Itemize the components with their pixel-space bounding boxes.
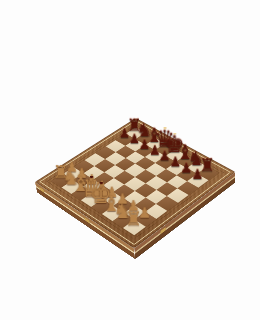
- finial: [100, 179, 103, 184]
- black-pawn-h7: ♟: [182, 168, 212, 182]
- square-h1: ♜: [123, 220, 145, 236]
- white-rook-h1: ♜: [117, 209, 149, 228]
- product-photo: ♜♞♝♛♚♝♞♜♟♟♟♟♟♟♟♟♟♟♟♟♟♟♟♟♜♞♝♛♚♝♞♜: [0, 0, 260, 320]
- finial: [163, 124, 166, 129]
- brass-hinge: [161, 227, 166, 234]
- finial: [173, 130, 176, 135]
- finial: [89, 173, 92, 178]
- brass-clasp: [39, 187, 44, 193]
- brass-clasp: [84, 217, 89, 223]
- chessboard: ♜♞♝♛♚♝♞♜♟♟♟♟♟♟♟♟♟♟♟♟♟♟♟♟♜♞♝♛♚♝♞♜: [35, 118, 235, 248]
